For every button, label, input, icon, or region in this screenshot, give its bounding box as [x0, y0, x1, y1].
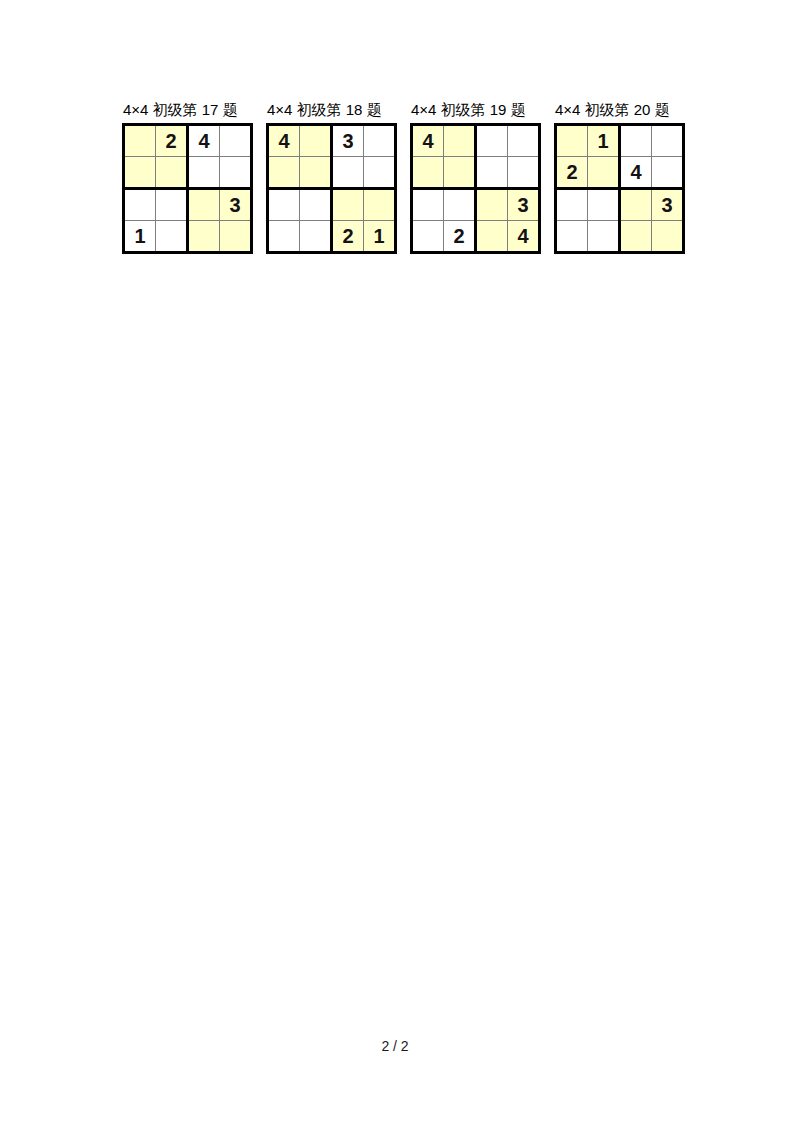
sudoku-cell-r2c4	[220, 157, 250, 187]
sudoku-cell-r2c4	[508, 157, 538, 187]
sudoku-cell-r2c4	[652, 157, 682, 187]
sudoku-grid: 2413	[122, 123, 253, 254]
sudoku-cell-r2c3	[189, 157, 219, 187]
sudoku-box: 3	[333, 126, 394, 187]
sudoku-cell-r1c4	[652, 126, 682, 156]
sudoku-cell-r1c3: 3	[333, 126, 363, 156]
sudoku-cell-r2c1	[125, 157, 155, 187]
puzzle-19: 4×4 初级第 19 题 4234	[410, 101, 541, 254]
puzzle-17: 4×4 初级第 17 题 2413	[122, 101, 253, 254]
sudoku-box	[557, 190, 618, 251]
sudoku-cell-r3c2	[588, 190, 618, 220]
sudoku-box	[269, 190, 330, 251]
sudoku-cell-r3c2	[300, 190, 330, 220]
sudoku-cell-r3c4	[364, 190, 394, 220]
sudoku-cell-r4c3: 2	[333, 221, 363, 251]
page-number: 2 / 2	[381, 1038, 408, 1054]
sudoku-box	[477, 126, 538, 187]
sudoku-cell-r2c1	[269, 157, 299, 187]
sudoku-cell-r1c4	[508, 126, 538, 156]
sudoku-cell-r4c3	[621, 221, 651, 251]
sudoku-cell-r4c2: 2	[444, 221, 474, 251]
puzzle-title: 4×4 初级第 18 题	[267, 101, 397, 119]
sudoku-box: 4	[269, 126, 330, 187]
sudoku-cell-r1c3	[621, 126, 651, 156]
sudoku-box: 2	[125, 126, 186, 187]
sudoku-box: 21	[333, 190, 394, 251]
sudoku-cell-r1c4	[220, 126, 250, 156]
sudoku-grid: 4234	[410, 123, 541, 254]
sudoku-cell-r1c4	[364, 126, 394, 156]
puzzle-20: 4×4 初级第 20 题 1243	[554, 101, 685, 254]
sudoku-cell-r2c3	[477, 157, 507, 187]
sudoku-cell-r4c3	[477, 221, 507, 251]
page-footer: 2 / 2	[0, 1038, 790, 1054]
sudoku-cell-r3c2	[156, 190, 186, 220]
sudoku-cell-r2c3: 4	[621, 157, 651, 187]
sudoku-cell-r1c1	[557, 126, 587, 156]
sudoku-cell-r1c3: 4	[189, 126, 219, 156]
sudoku-cell-r3c1	[557, 190, 587, 220]
sudoku-box: 12	[557, 126, 618, 187]
sudoku-cell-r3c4: 3	[508, 190, 538, 220]
sudoku-cell-r3c4: 3	[220, 190, 250, 220]
puzzle-title: 4×4 初级第 20 题	[555, 101, 685, 119]
sudoku-cell-r4c4	[652, 221, 682, 251]
puzzle-title: 4×4 初级第 17 题	[123, 101, 253, 119]
sudoku-cell-r4c4: 4	[508, 221, 538, 251]
puzzle-18: 4×4 初级第 18 题 4321	[266, 101, 397, 254]
sudoku-box: 1	[125, 190, 186, 251]
sudoku-box: 3	[621, 190, 682, 251]
sudoku-cell-r3c1	[269, 190, 299, 220]
sudoku-cell-r2c2	[588, 157, 618, 187]
sudoku-cell-r1c2: 2	[156, 126, 186, 156]
puzzles-row: 4×4 初级第 17 题 2413 4×4 初级第 18 题 4321 4×4 …	[122, 101, 685, 254]
sudoku-box: 4	[621, 126, 682, 187]
sudoku-cell-r1c1: 4	[269, 126, 299, 156]
sudoku-cell-r4c4	[220, 221, 250, 251]
sudoku-cell-r2c2	[300, 157, 330, 187]
sudoku-box: 3	[189, 190, 250, 251]
sudoku-grid: 1243	[554, 123, 685, 254]
sudoku-cell-r4c2	[300, 221, 330, 251]
sudoku-box: 34	[477, 190, 538, 251]
sudoku-cell-r2c1: 2	[557, 157, 587, 187]
sudoku-cell-r2c1	[413, 157, 443, 187]
worksheet-page: 4×4 初级第 17 题 2413 4×4 初级第 18 题 4321 4×4 …	[0, 0, 800, 1132]
sudoku-cell-r4c4: 1	[364, 221, 394, 251]
sudoku-cell-r3c3	[621, 190, 651, 220]
sudoku-cell-r1c1: 4	[413, 126, 443, 156]
sudoku-box: 4	[189, 126, 250, 187]
sudoku-cell-r3c3	[189, 190, 219, 220]
sudoku-cell-r1c2	[444, 126, 474, 156]
sudoku-box: 4	[413, 126, 474, 187]
sudoku-cell-r4c1	[269, 221, 299, 251]
sudoku-cell-r3c3	[477, 190, 507, 220]
sudoku-cell-r4c2	[588, 221, 618, 251]
sudoku-cell-r1c3	[477, 126, 507, 156]
sudoku-cell-r4c3	[189, 221, 219, 251]
sudoku-cell-r4c1: 1	[125, 221, 155, 251]
puzzle-title: 4×4 初级第 19 题	[411, 101, 541, 119]
sudoku-cell-r1c2: 1	[588, 126, 618, 156]
sudoku-cell-r2c3	[333, 157, 363, 187]
sudoku-cell-r4c1	[413, 221, 443, 251]
sudoku-cell-r3c1	[413, 190, 443, 220]
sudoku-cell-r3c2	[444, 190, 474, 220]
sudoku-cell-r2c2	[444, 157, 474, 187]
sudoku-cell-r2c2	[156, 157, 186, 187]
sudoku-box: 2	[413, 190, 474, 251]
sudoku-cell-r4c1	[557, 221, 587, 251]
sudoku-cell-r1c1	[125, 126, 155, 156]
sudoku-cell-r3c1	[125, 190, 155, 220]
sudoku-cell-r4c2	[156, 221, 186, 251]
sudoku-grid: 4321	[266, 123, 397, 254]
sudoku-cell-r1c2	[300, 126, 330, 156]
sudoku-cell-r3c4: 3	[652, 190, 682, 220]
sudoku-cell-r3c3	[333, 190, 363, 220]
sudoku-cell-r2c4	[364, 157, 394, 187]
